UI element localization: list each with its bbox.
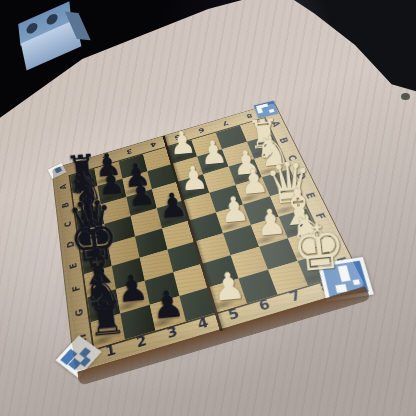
marker-block xyxy=(353,279,361,285)
piece-shadow xyxy=(76,239,101,253)
photo-stage: ♜♟♟♞♟♟♟♜♝♟♟♟♞♛♟♟♚♟♛♝♟♝♞♟♞♜♟♟♚ 1122334455… xyxy=(0,0,416,416)
marker-block xyxy=(268,109,274,113)
marker-block xyxy=(336,284,347,293)
square-H1: ♜ xyxy=(91,314,125,349)
rank-label-near-8: 8 xyxy=(308,276,345,299)
marker-block xyxy=(55,166,63,173)
piece-shadow xyxy=(149,314,178,331)
marker-block xyxy=(80,357,91,367)
desk-speck xyxy=(401,93,410,100)
board-grid: ♜♟♟♞♟♟♟♜♝♟♟♟♞♛♟♟♚♟♛♝♟♝♞♟♞♜♟♟♚ xyxy=(70,118,338,348)
piece-shadow xyxy=(299,270,329,286)
piece-shadow xyxy=(125,203,149,216)
socket-hole-icon xyxy=(26,21,38,35)
marker-block xyxy=(338,265,350,282)
socket-hole-icon xyxy=(46,12,58,26)
piece-shadow xyxy=(88,332,116,349)
marker-block xyxy=(79,347,91,358)
